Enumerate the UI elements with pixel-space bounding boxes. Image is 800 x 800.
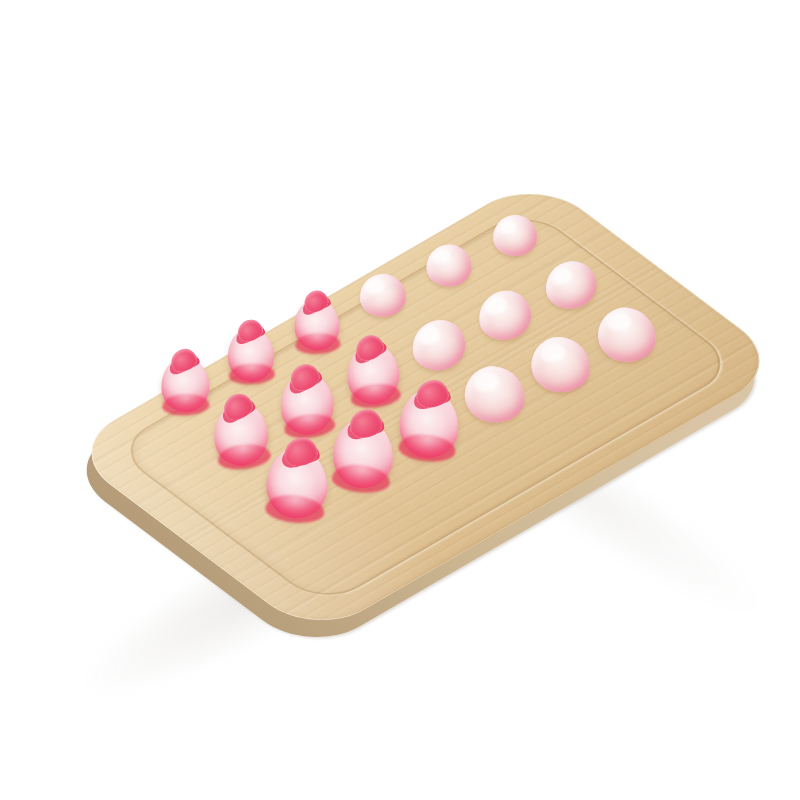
piece-clear-r3c6[interactable] — [596, 305, 658, 364]
piece-clear-r3c5[interactable] — [529, 335, 593, 395]
piece-clear-r3c4[interactable] — [462, 364, 527, 425]
piece-solid-r1c1[interactable] — [160, 356, 210, 413]
piece-solid-r1c3[interactable] — [293, 298, 341, 353]
piece-clear-r2c5[interactable] — [476, 288, 534, 343]
piece-solid-r2c3[interactable] — [344, 341, 403, 407]
piece-clear-r1c4[interactable] — [359, 273, 408, 319]
piece-clear-r2c4[interactable] — [409, 317, 468, 373]
piece-solid-r3c3[interactable] — [397, 388, 461, 461]
piece-solid-r2c1[interactable] — [210, 400, 271, 469]
pieces-layer — [0, 0, 800, 800]
piece-solid-r3c1[interactable] — [264, 446, 331, 521]
piece-clear-r1c5[interactable] — [425, 243, 472, 287]
piece-solid-r2c2[interactable] — [277, 371, 337, 438]
piece-clear-r1c6[interactable] — [492, 214, 538, 257]
photo-stage — [0, 0, 800, 800]
piece-solid-r1c2[interactable] — [226, 327, 275, 383]
piece-clear-r2c6[interactable] — [543, 259, 599, 312]
piece-solid-r3c2[interactable] — [330, 417, 395, 491]
